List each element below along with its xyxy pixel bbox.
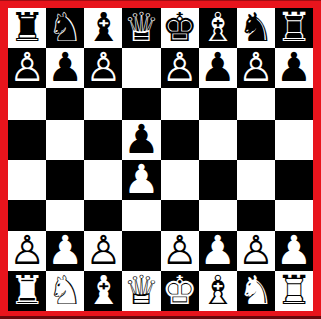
square-a8[interactable]: ♜: [8, 8, 46, 48]
piece-white-queen: ♕: [124, 270, 160, 310]
piece-black-queen: ♕: [124, 7, 160, 47]
square-g6[interactable]: [237, 88, 275, 120]
square-d2[interactable]: [122, 231, 160, 271]
square-b5[interactable]: [46, 120, 84, 160]
piece-black-pawn: ♙: [238, 47, 274, 87]
square-h8[interactable]: ♖: [275, 8, 313, 48]
square-d8[interactable]: ♕: [122, 8, 160, 48]
piece-black-pawn: ♙: [9, 47, 45, 87]
square-c7[interactable]: ♙: [84, 48, 122, 88]
piece-white-pawn: ♙: [85, 230, 121, 270]
piece-white-pawn: ♙: [238, 230, 274, 270]
square-d4[interactable]: ♟: [122, 160, 160, 200]
square-a7[interactable]: ♙: [8, 48, 46, 88]
square-g5[interactable]: [237, 120, 275, 160]
piece-black-pawn: ♟: [124, 119, 160, 159]
piece-black-knight: ♞: [238, 7, 274, 47]
chess-board: ♜♘♝♕♚♗♞♖♙♟♙♙♟♙♟♟♟♙♟♙♙♟♙♟♜♘♝♕♚♗♞♖: [8, 8, 313, 311]
square-b6[interactable]: [46, 88, 84, 120]
piece-black-knight: ♘: [47, 7, 83, 47]
piece-black-pawn: ♟: [47, 47, 83, 87]
square-c1[interactable]: ♝: [84, 271, 122, 311]
square-g2[interactable]: ♙: [237, 231, 275, 271]
piece-white-rook: ♖: [276, 270, 312, 310]
square-f8[interactable]: ♗: [199, 8, 237, 48]
square-e1[interactable]: ♚: [161, 271, 199, 311]
square-a6[interactable]: [8, 88, 46, 120]
piece-black-rook: ♜: [9, 7, 45, 47]
square-f6[interactable]: [199, 88, 237, 120]
square-d5[interactable]: ♟: [122, 120, 160, 160]
square-b4[interactable]: [46, 160, 84, 200]
piece-black-pawn: ♟: [276, 47, 312, 87]
square-h7[interactable]: ♟: [275, 48, 313, 88]
square-h1[interactable]: ♖: [275, 271, 313, 311]
square-b2[interactable]: ♟: [46, 231, 84, 271]
piece-white-pawn: ♟: [276, 230, 312, 270]
square-c4[interactable]: [84, 160, 122, 200]
piece-black-pawn: ♙: [85, 47, 121, 87]
square-e4[interactable]: [161, 160, 199, 200]
square-h2[interactable]: ♟: [275, 231, 313, 271]
square-a5[interactable]: [8, 120, 46, 160]
piece-white-bishop: ♗: [200, 270, 236, 310]
piece-white-knight: ♘: [47, 270, 83, 310]
square-f5[interactable]: [199, 120, 237, 160]
square-f1[interactable]: ♗: [199, 271, 237, 311]
square-a2[interactable]: ♙: [8, 231, 46, 271]
square-a4[interactable]: [8, 160, 46, 200]
square-g1[interactable]: ♞: [237, 271, 275, 311]
square-a1[interactable]: ♜: [8, 271, 46, 311]
square-h4[interactable]: [275, 160, 313, 200]
piece-black-pawn: ♙: [162, 47, 198, 87]
square-d3[interactable]: [122, 200, 160, 232]
square-c2[interactable]: ♙: [84, 231, 122, 271]
square-e8[interactable]: ♚: [161, 8, 199, 48]
square-b1[interactable]: ♘: [46, 271, 84, 311]
piece-black-king: ♚: [162, 7, 198, 47]
square-h6[interactable]: [275, 88, 313, 120]
square-c6[interactable]: [84, 88, 122, 120]
board-frame: ♜♘♝♕♚♗♞♖♙♟♙♙♟♙♟♟♟♙♟♙♙♟♙♟♜♘♝♕♚♗♞♖: [0, 0, 321, 319]
piece-white-king: ♚: [162, 270, 198, 310]
piece-white-bishop: ♝: [85, 270, 121, 310]
square-d7[interactable]: [122, 48, 160, 88]
piece-white-pawn: ♟: [47, 230, 83, 270]
square-e7[interactable]: ♙: [161, 48, 199, 88]
square-g7[interactable]: ♙: [237, 48, 275, 88]
square-f7[interactable]: ♟: [199, 48, 237, 88]
square-g4[interactable]: [237, 160, 275, 200]
piece-white-pawn: ♟: [200, 230, 236, 270]
piece-black-bishop: ♝: [85, 7, 121, 47]
square-f4[interactable]: [199, 160, 237, 200]
square-f2[interactable]: ♟: [199, 231, 237, 271]
square-c5[interactable]: [84, 120, 122, 160]
piece-white-pawn: ♟: [124, 159, 160, 199]
square-b7[interactable]: ♟: [46, 48, 84, 88]
square-b8[interactable]: ♘: [46, 8, 84, 48]
square-e5[interactable]: [161, 120, 199, 160]
piece-black-rook: ♖: [276, 7, 312, 47]
piece-white-knight: ♞: [238, 270, 274, 310]
piece-white-pawn: ♙: [162, 230, 198, 270]
piece-black-pawn: ♟: [200, 47, 236, 87]
square-g8[interactable]: ♞: [237, 8, 275, 48]
square-h5[interactable]: [275, 120, 313, 160]
square-d1[interactable]: ♕: [122, 271, 160, 311]
piece-white-rook: ♜: [9, 270, 45, 310]
piece-black-bishop: ♗: [200, 7, 236, 47]
square-e2[interactable]: ♙: [161, 231, 199, 271]
piece-white-pawn: ♙: [9, 230, 45, 270]
square-c8[interactable]: ♝: [84, 8, 122, 48]
square-e6[interactable]: [161, 88, 199, 120]
